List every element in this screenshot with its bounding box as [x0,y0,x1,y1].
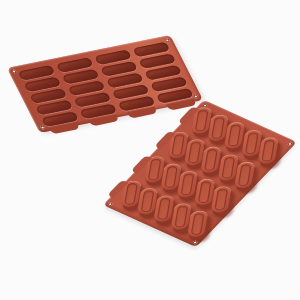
bump-top-groove [204,149,218,171]
bump-top-groove [214,189,228,211]
mould-bump [234,163,256,190]
bump-top-groove [171,134,185,156]
bump-top-groove [157,198,171,220]
bump-top-groove [262,140,276,162]
mould-bump [211,188,233,215]
bump-top-groove [174,206,188,228]
bump-top-groove [238,164,252,186]
bump-top-groove [124,183,138,205]
mould-bump [258,139,280,166]
bump-top-groove [141,191,155,213]
bump-top-groove [191,213,205,235]
bump-top-groove [221,157,235,179]
bump-top-groove [194,110,208,132]
mould-cavity-side [7,35,203,133]
bump-top-groove [164,166,178,188]
bump-top-groove [211,117,225,139]
mould-underside [103,100,297,247]
bump-top-groove [188,142,202,164]
bump-top-groove [245,132,259,154]
bump-top-groove [147,159,161,181]
bump-top-groove [198,181,212,203]
product-photo [0,0,300,300]
bump-top-groove [181,174,195,196]
mould-bump [187,212,209,239]
bump-top-groove [228,125,242,147]
bump-grid [103,100,297,247]
